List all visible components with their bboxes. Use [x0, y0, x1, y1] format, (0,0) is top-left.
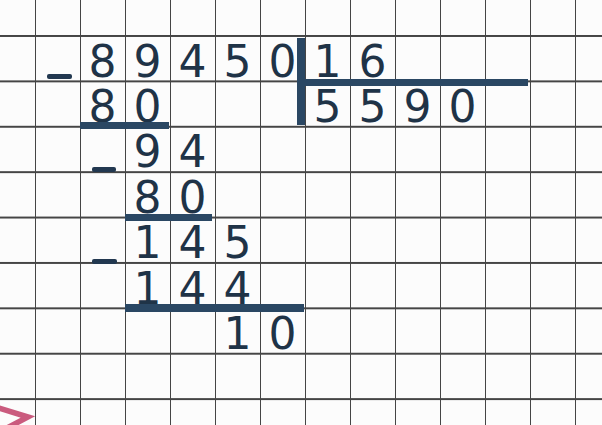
minus-sign-3 [92, 259, 117, 264]
quotient-horizontal-line [297, 79, 528, 86]
grid-digit: 5 [350, 84, 395, 129]
grid-digit: 1 [125, 221, 170, 266]
grid-digit: 4 [170, 130, 215, 175]
grid-digit: 4 [170, 39, 215, 84]
grid-digit: 6 [350, 39, 395, 84]
grid-digit: 4 [170, 221, 215, 266]
check-mark-icon [0, 399, 42, 425]
subtraction-underline-1 [80, 122, 169, 129]
grid-digit: 1 [215, 311, 260, 356]
grid-digit: 9 [125, 39, 170, 84]
grid-digit: 9 [395, 84, 440, 129]
minus-sign-1 [47, 74, 72, 79]
grid-digit: 0 [260, 311, 305, 356]
minus-sign-2 [92, 167, 116, 172]
grid-digit: 5 [305, 84, 350, 129]
squared-paper-worksheet: 8945016805590948014514410 [0, 0, 602, 425]
grid-digit: 8 [80, 39, 125, 84]
subtraction-underline-3 [125, 304, 304, 312]
subtraction-underline-2 [125, 214, 212, 221]
grid-digit: 9 [125, 130, 170, 175]
grid-digit: 1 [305, 39, 350, 84]
grid-digit: 0 [440, 84, 485, 129]
grid-digit: 5 [215, 39, 260, 84]
grid-digit: 5 [215, 221, 260, 266]
